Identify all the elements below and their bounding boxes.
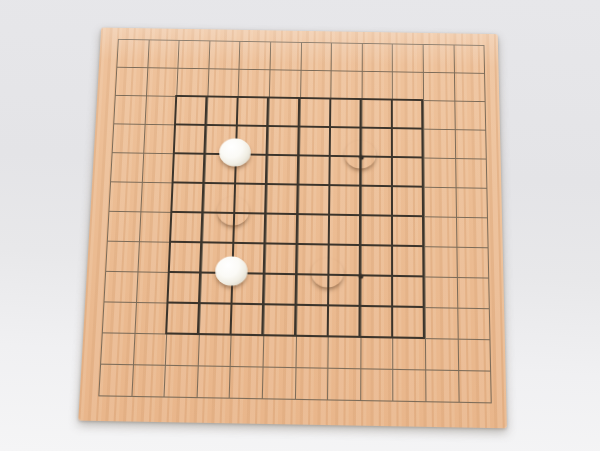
lattice-cell (101, 333, 135, 365)
lattice-cell (456, 159, 488, 189)
lattice-cell (166, 335, 200, 367)
playing-grid-cell[interactable] (169, 242, 202, 273)
lattice-cell (393, 72, 424, 101)
lattice-cell (179, 41, 211, 69)
lattice-cell (208, 69, 240, 98)
lattice-cell (177, 69, 209, 98)
lattice-cell (230, 367, 263, 399)
lattice-cell (134, 334, 168, 366)
playing-grid-9x9 (165, 94, 426, 338)
lattice-cell (454, 45, 485, 73)
lattice-cell (199, 335, 232, 367)
playing-grid-cell[interactable] (330, 186, 362, 216)
playing-grid-cell[interactable] (361, 216, 393, 246)
lattice-cell (264, 336, 297, 368)
lattice-cell (135, 303, 169, 335)
playing-grid-cell[interactable] (362, 100, 393, 129)
lattice-cell (456, 188, 488, 218)
lattice-cell (362, 72, 393, 101)
lattice-cell (270, 70, 301, 99)
playing-grid-cell[interactable] (265, 244, 297, 275)
lattice-cell (454, 73, 485, 102)
lattice-cell (197, 366, 231, 398)
playing-grid-cell[interactable] (393, 276, 425, 307)
lattice-cell (148, 40, 180, 68)
black-stone[interactable] (311, 258, 344, 288)
lattice-cell (145, 96, 177, 125)
lattice-cell (231, 336, 264, 368)
lattice-cell (142, 154, 175, 184)
playing-grid-cell[interactable] (173, 154, 205, 184)
lattice-cell (457, 248, 489, 279)
lattice-cell (239, 70, 270, 99)
lattice-cell (424, 45, 455, 73)
playing-grid-cell[interactable] (176, 96, 208, 125)
lattice-cell (111, 153, 144, 183)
lattice-cell (426, 370, 459, 402)
lattice-cell (424, 101, 455, 130)
lattice-cell (424, 73, 455, 102)
playing-grid-cell[interactable] (329, 215, 361, 245)
black-stone[interactable] (344, 140, 376, 169)
lattice-cell (144, 125, 176, 154)
lattice-cell (109, 182, 142, 212)
lattice-cell (458, 309, 491, 341)
playing-grid-cell[interactable] (268, 126, 300, 155)
playing-grid-cell[interactable] (299, 156, 331, 186)
playing-grid-cell[interactable] (264, 305, 297, 337)
playing-grid-cell[interactable] (171, 212, 204, 242)
lattice-cell (331, 71, 362, 100)
playing-grid-cell[interactable] (266, 214, 298, 244)
photo-backdrop (0, 0, 600, 451)
lattice-cell (301, 71, 332, 100)
lattice-cell (332, 43, 363, 71)
playing-grid-cell[interactable] (238, 97, 270, 126)
playing-grid-cell[interactable] (174, 125, 206, 154)
lattice-cell (393, 44, 424, 72)
playing-grid-cell[interactable] (393, 129, 424, 158)
playing-grid-cell[interactable] (393, 216, 425, 246)
lattice-cell (394, 339, 427, 371)
playing-grid-cell[interactable] (299, 127, 331, 156)
lattice-cell (106, 242, 139, 273)
lattice-cell (455, 130, 487, 159)
lattice-cell (139, 212, 172, 242)
lattice-cell (425, 217, 457, 247)
star-point (359, 273, 364, 278)
lattice-cell (147, 68, 179, 97)
lattice-cell (329, 337, 362, 369)
playing-grid-cell[interactable] (361, 276, 393, 307)
lattice-cell (103, 302, 137, 334)
lattice-cell (263, 368, 296, 400)
lattice-cell (425, 188, 457, 218)
lattice-cell (362, 44, 393, 72)
lattice-cell (328, 369, 361, 401)
lattice-cell (117, 40, 149, 68)
lattice-cell (132, 365, 166, 397)
playing-grid-cell[interactable] (393, 187, 425, 217)
lattice-cell (426, 308, 459, 340)
lattice-cell (459, 371, 492, 403)
playing-grid-cell[interactable] (298, 215, 330, 245)
playing-grid-cell[interactable] (167, 303, 200, 335)
lattice-cell (458, 340, 491, 372)
playing-grid-cell[interactable] (393, 307, 425, 339)
lattice-cell (301, 43, 332, 71)
lattice-cell (426, 339, 459, 371)
lattice-cell (457, 278, 490, 309)
lattice-cell (457, 218, 489, 248)
playing-grid-cell[interactable] (361, 186, 393, 216)
playing-grid-cell[interactable] (361, 306, 393, 338)
lattice-cell (394, 370, 427, 402)
lattice-cell (455, 102, 486, 131)
lattice-cell (295, 368, 328, 400)
playing-grid-cell[interactable] (393, 246, 425, 277)
go-board[interactable] (78, 28, 507, 429)
playing-grid-cell[interactable] (172, 183, 205, 213)
playing-grid-cell[interactable] (207, 97, 239, 126)
playing-grid-cell[interactable] (267, 185, 299, 215)
lattice-cell (424, 158, 456, 188)
playing-grid-cell[interactable] (264, 274, 297, 305)
playing-grid-cell[interactable] (231, 304, 264, 336)
lattice-cell (99, 365, 133, 397)
playing-grid-cell[interactable] (393, 100, 424, 129)
lattice-cell (361, 338, 394, 370)
playing-grid-cell[interactable] (168, 272, 201, 303)
lattice-cell (209, 41, 240, 69)
lattice-cell (113, 124, 146, 153)
lattice-cell (138, 242, 171, 273)
lattice-cell (425, 247, 457, 278)
playing-grid-cell[interactable] (328, 306, 360, 338)
lattice-cell (108, 212, 141, 242)
lattice-cell (240, 42, 271, 70)
playing-grid-cell[interactable] (296, 305, 329, 337)
lattice-cell (361, 369, 394, 401)
lattice-cell (424, 130, 455, 159)
lattice-cell (296, 337, 329, 369)
lattice-cell (137, 272, 170, 303)
playing-grid-cell[interactable] (298, 185, 330, 215)
lattice-cell (425, 277, 457, 308)
playing-grid-cell[interactable] (199, 304, 232, 336)
lattice-cell (141, 183, 174, 213)
playing-grid-cell[interactable] (361, 246, 393, 277)
lattice-cell (270, 42, 301, 70)
stones-layer (101, 28, 498, 35)
lattice-cell (165, 366, 199, 398)
lattice-cell (104, 272, 138, 303)
playing-grid-cell[interactable] (331, 99, 362, 128)
playing-grid-cell[interactable] (269, 98, 300, 127)
lattice-cell (116, 68, 148, 97)
playing-grid-cell[interactable] (393, 157, 424, 187)
playing-grid-cell[interactable] (300, 98, 331, 127)
lattice-cell (114, 96, 146, 125)
playing-grid-cell[interactable] (267, 155, 299, 185)
